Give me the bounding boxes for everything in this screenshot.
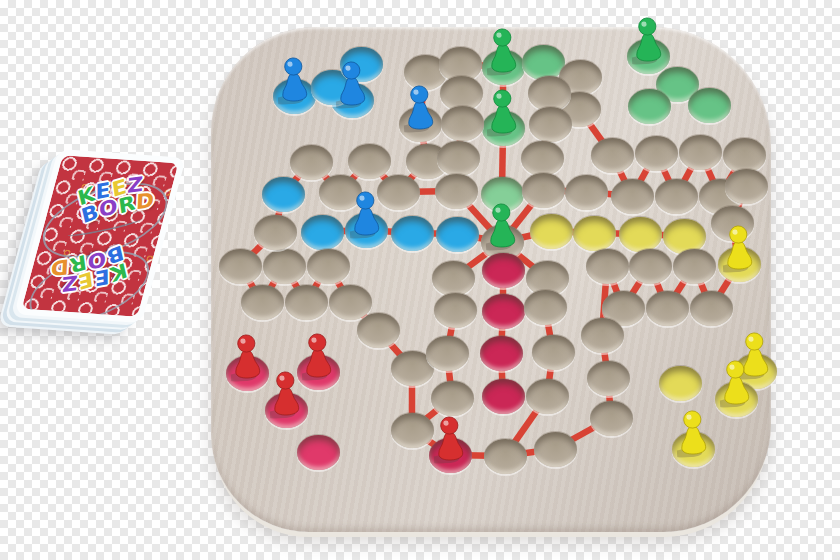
hole-nr2[interactable] <box>529 107 572 142</box>
hole-w3[interactable] <box>307 249 350 284</box>
pawn-yellow[interactable] <box>721 223 757 273</box>
hole-z3[interactable] <box>646 291 689 326</box>
hole-nr4[interactable] <box>522 173 565 208</box>
pawn-yellow[interactable] <box>718 358 754 408</box>
hole-t40[interactable] <box>254 215 297 250</box>
hole-w4[interactable] <box>285 285 328 320</box>
screenshot-background: { "game": "Keezbord (Keezen / Tock) — wo… <box>0 0 840 560</box>
logo-letter: O <box>99 198 119 220</box>
hole-r4[interactable] <box>482 379 525 414</box>
hole-t17b[interactable] <box>725 169 768 204</box>
pawn-red[interactable] <box>229 332 265 382</box>
hole-r2[interactable] <box>482 294 525 329</box>
pawn-red[interactable] <box>432 414 468 464</box>
hole-b4[interactable] <box>436 217 479 252</box>
hole-nl2[interactable] <box>441 106 484 141</box>
hole-sl1[interactable] <box>432 261 475 296</box>
hole-t29[interactable] <box>534 432 577 467</box>
hole-w5[interactable] <box>263 249 306 284</box>
hole-si2[interactable] <box>524 290 567 325</box>
card-deck[interactable]: KEEZBORD KEEZBORD <box>14 149 186 323</box>
logo-letter: B <box>104 242 125 266</box>
pawn-blue[interactable] <box>348 189 384 239</box>
hole-nr3[interactable] <box>521 141 564 176</box>
pawn-blue[interactable] <box>334 59 370 109</box>
pawn-red[interactable] <box>300 331 336 381</box>
hole-t26[interactable] <box>581 318 624 353</box>
logo-letter: D <box>49 256 69 277</box>
hole-z6[interactable] <box>586 249 629 284</box>
logo-letter: D <box>136 191 156 212</box>
hole-y3[interactable] <box>619 217 662 252</box>
logo-letter: O <box>86 249 106 271</box>
hole-sg4[interactable] <box>688 88 731 123</box>
hole-t14[interactable] <box>655 179 698 214</box>
hole-t28[interactable] <box>590 401 633 436</box>
hole-si4[interactable] <box>526 379 569 414</box>
hole-y2[interactable] <box>573 216 616 251</box>
hole-t15[interactable] <box>679 135 722 170</box>
logo-letter: R <box>67 252 87 275</box>
hole-sl2[interactable] <box>434 293 477 328</box>
hole-y1[interactable] <box>530 214 573 249</box>
hole-y4[interactable] <box>663 219 706 254</box>
hole-w7[interactable] <box>219 249 262 284</box>
hole-t3[interactable] <box>348 144 391 179</box>
pawn-blue[interactable] <box>402 83 438 133</box>
hole-gb[interactable] <box>522 45 565 80</box>
pawn-green[interactable] <box>484 201 520 251</box>
hole-t17[interactable] <box>723 138 766 173</box>
hole-t31[interactable] <box>391 413 434 448</box>
hole-t1[interactable] <box>290 145 333 180</box>
pawn-green[interactable] <box>485 26 521 76</box>
hole-ei1[interactable] <box>565 175 608 210</box>
hole-nl3[interactable] <box>437 141 480 176</box>
hole-sl3[interactable] <box>426 336 469 371</box>
hole-w2[interactable] <box>329 285 372 320</box>
hole-b1[interactable] <box>301 215 344 250</box>
pawn-blue[interactable] <box>276 55 312 105</box>
hole-z4[interactable] <box>629 249 672 284</box>
hole-wb[interactable] <box>262 177 305 212</box>
pawn-yellow[interactable] <box>675 408 711 458</box>
hole-t30[interactable] <box>484 439 527 474</box>
hole-t4[interactable] <box>377 175 420 210</box>
hole-b3[interactable] <box>391 216 434 251</box>
hole-sy1[interactable] <box>659 366 702 401</box>
hole-t11[interactable] <box>591 138 634 173</box>
hole-nr1[interactable] <box>528 76 571 111</box>
hole-w6[interactable] <box>241 285 284 320</box>
hole-r3[interactable] <box>480 336 523 371</box>
hole-nl4[interactable] <box>435 174 478 209</box>
hole-sg3[interactable] <box>628 89 671 124</box>
hole-sl4[interactable] <box>431 381 474 416</box>
pawn-green[interactable] <box>485 87 521 137</box>
hole-r1[interactable] <box>482 253 525 288</box>
pawn-red[interactable] <box>268 369 304 419</box>
hole-si3[interactable] <box>532 335 575 370</box>
hole-sr4[interactable] <box>297 435 340 470</box>
pawn-green[interactable] <box>630 15 666 65</box>
hole-z1[interactable] <box>690 291 733 326</box>
hole-t13[interactable] <box>635 136 678 171</box>
hole-z2[interactable] <box>673 249 716 284</box>
hole-w1[interactable] <box>357 313 400 348</box>
card-back: KEEZBORD KEEZBORD <box>22 155 179 317</box>
hole-t27[interactable] <box>587 361 630 396</box>
hole-t12[interactable] <box>611 179 654 214</box>
